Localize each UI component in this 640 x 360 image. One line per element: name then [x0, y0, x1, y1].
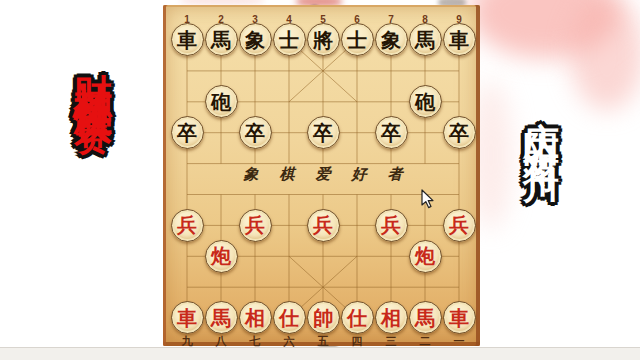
piece-p-black[interactable]: 卒 [375, 116, 408, 149]
piece-r-black[interactable]: 車 [171, 23, 204, 56]
piece-p-black[interactable]: 卒 [171, 116, 204, 149]
pink-blur-decoration [470, 0, 620, 58]
right-banner-text: 庆阳对蒋川 [523, 93, 559, 148]
pink-blur-decoration [570, 0, 640, 110]
xiangqi-board[interactable]: 123456789 象棋爱好者 車馬象士將士象馬車砲砲卒卒卒卒卒兵兵兵兵兵炮炮車… [163, 5, 480, 346]
piece-C-red[interactable]: 炮 [409, 240, 442, 273]
piece-P-red[interactable]: 兵 [443, 209, 476, 242]
piece-A-red[interactable]: 仕 [341, 301, 374, 334]
piece-C-red[interactable]: 炮 [205, 240, 238, 273]
piece-p-black[interactable]: 卒 [239, 116, 272, 149]
piece-R-red[interactable]: 車 [443, 301, 476, 334]
piece-K-red[interactable]: 帥 [307, 301, 340, 334]
piece-B-red[interactable]: 相 [239, 301, 272, 334]
piece-a-black[interactable]: 士 [273, 23, 306, 56]
left-banner-text: 财神杯快棋赛 [74, 43, 112, 91]
piece-A-red[interactable]: 仕 [273, 301, 306, 334]
piece-p-black[interactable]: 卒 [307, 116, 340, 149]
piece-P-red[interactable]: 兵 [375, 209, 408, 242]
piece-B-red[interactable]: 相 [375, 301, 408, 334]
piece-N-red[interactable]: 馬 [205, 301, 238, 334]
piece-N-red[interactable]: 馬 [409, 301, 442, 334]
board-grid: 車馬象士將士象馬車砲砲卒卒卒卒卒兵兵兵兵兵炮炮車馬相仕帥仕相馬車 [170, 25, 476, 334]
piece-R-red[interactable]: 車 [171, 301, 204, 334]
piece-n-black[interactable]: 馬 [409, 23, 442, 56]
piece-P-red[interactable]: 兵 [171, 209, 204, 242]
bottom-strip [0, 347, 640, 360]
piece-P-red[interactable]: 兵 [239, 209, 272, 242]
piece-b-black[interactable]: 象 [375, 23, 408, 56]
piece-n-black[interactable]: 馬 [205, 23, 238, 56]
piece-k-black[interactable]: 將 [307, 23, 340, 56]
piece-b-black[interactable]: 象 [239, 23, 272, 56]
piece-a-black[interactable]: 士 [341, 23, 374, 56]
piece-p-black[interactable]: 卒 [443, 116, 476, 149]
video-frame: 财神杯快棋赛 庆阳对蒋川 123456789 象棋爱好者 車馬象士將士象馬車砲砲… [0, 0, 640, 360]
piece-c-black[interactable]: 砲 [205, 85, 238, 118]
piece-P-red[interactable]: 兵 [307, 209, 340, 242]
piece-r-black[interactable]: 車 [443, 23, 476, 56]
piece-c-black[interactable]: 砲 [409, 85, 442, 118]
